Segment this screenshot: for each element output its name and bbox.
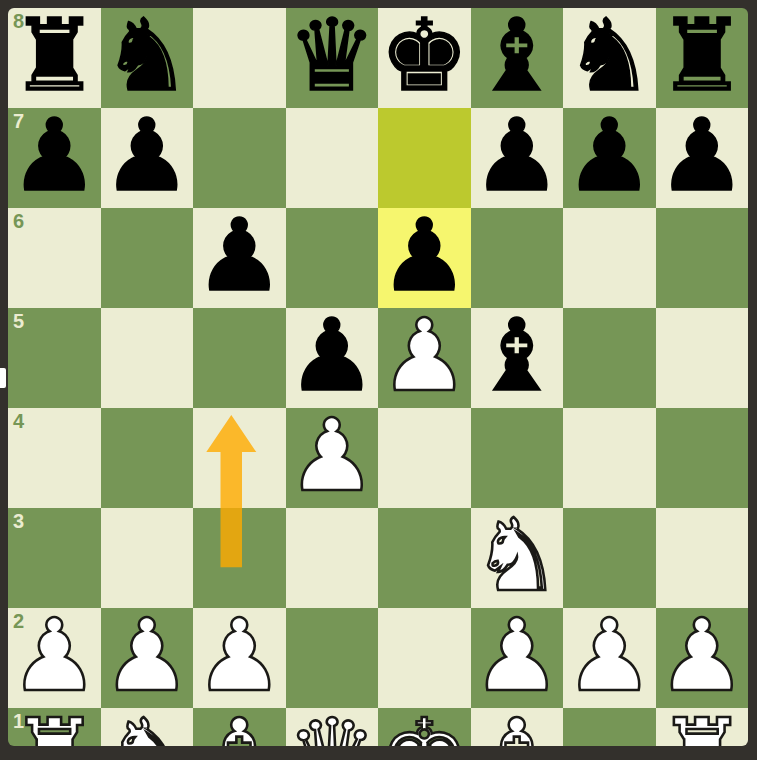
- rank-label-3: 3: [13, 510, 24, 533]
- square-c7[interactable]: [193, 108, 286, 208]
- piece-black-pawn[interactable]: ♟: [194, 206, 284, 306]
- piece-white-king[interactable]: ♚: [379, 706, 469, 746]
- square-h1[interactable]: h♜: [656, 708, 749, 746]
- piece-black-knight[interactable]: ♞: [564, 8, 654, 106]
- square-c1[interactable]: c♝: [193, 708, 286, 746]
- square-g4[interactable]: [563, 408, 656, 508]
- square-d4[interactable]: ♟: [286, 408, 379, 508]
- piece-black-king[interactable]: ♚: [379, 8, 469, 106]
- square-h5[interactable]: [656, 308, 749, 408]
- square-b6[interactable]: [101, 208, 194, 308]
- square-h3[interactable]: [656, 508, 749, 608]
- square-c5[interactable]: [193, 308, 286, 408]
- square-b5[interactable]: [101, 308, 194, 408]
- square-c8[interactable]: [193, 8, 286, 108]
- square-g5[interactable]: [563, 308, 656, 408]
- square-f8[interactable]: ♝: [471, 8, 564, 108]
- square-a3[interactable]: 3: [8, 508, 101, 608]
- square-g2[interactable]: ♟: [563, 608, 656, 708]
- square-a1[interactable]: 1a♜: [8, 708, 101, 746]
- square-g7[interactable]: ♟: [563, 108, 656, 208]
- piece-white-pawn[interactable]: ♟: [564, 606, 654, 706]
- square-g6[interactable]: [563, 208, 656, 308]
- chess-app-background: { "game": "chess", "board_style": "green…: [0, 0, 757, 760]
- piece-black-queen[interactable]: ♛: [287, 8, 377, 106]
- piece-black-pawn[interactable]: ♟: [102, 106, 192, 206]
- piece-white-knight[interactable]: ♞: [102, 706, 192, 746]
- square-e5[interactable]: ♟: [378, 308, 471, 408]
- square-a8[interactable]: 8♜: [8, 8, 101, 108]
- piece-black-pawn[interactable]: ♟: [9, 106, 99, 206]
- square-e8[interactable]: ♚: [378, 8, 471, 108]
- square-b2[interactable]: ♟: [101, 608, 194, 708]
- square-a5[interactable]: 5: [8, 308, 101, 408]
- square-d6[interactable]: [286, 208, 379, 308]
- piece-black-bishop[interactable]: ♝: [472, 8, 562, 106]
- piece-black-rook[interactable]: ♜: [9, 8, 99, 106]
- rank-label-4: 4: [13, 410, 24, 433]
- square-c4[interactable]: [193, 408, 286, 508]
- square-f7[interactable]: ♟: [471, 108, 564, 208]
- square-a2[interactable]: 2♟: [8, 608, 101, 708]
- square-e6[interactable]: ♟: [378, 208, 471, 308]
- rank-label-5: 5: [13, 310, 24, 333]
- square-b1[interactable]: b♞: [101, 708, 194, 746]
- square-a7[interactable]: 7♟: [8, 108, 101, 208]
- edge-marker: [0, 368, 6, 388]
- piece-white-pawn[interactable]: ♟: [657, 606, 747, 706]
- piece-black-pawn[interactable]: ♟: [564, 106, 654, 206]
- chess-board[interactable]: 8♜♞♛♚♝♞♜7♟♟♟♟♟6♟♟5♟♟♝4♟3♞2♟♟♟♟♟♟1a♜b♞c♝d…: [8, 8, 748, 746]
- piece-white-knight[interactable]: ♞: [472, 506, 562, 606]
- square-e7[interactable]: [378, 108, 471, 208]
- square-b7[interactable]: ♟: [101, 108, 194, 208]
- square-f3[interactable]: ♞: [471, 508, 564, 608]
- square-d3[interactable]: [286, 508, 379, 608]
- square-c2[interactable]: ♟: [193, 608, 286, 708]
- square-d5[interactable]: ♟: [286, 308, 379, 408]
- square-b3[interactable]: [101, 508, 194, 608]
- piece-white-pawn[interactable]: ♟: [287, 406, 377, 506]
- square-e4[interactable]: [378, 408, 471, 508]
- square-f1[interactable]: f♝: [471, 708, 564, 746]
- piece-white-pawn[interactable]: ♟: [472, 606, 562, 706]
- square-h7[interactable]: ♟: [656, 108, 749, 208]
- square-h6[interactable]: [656, 208, 749, 308]
- piece-black-rook[interactable]: ♜: [657, 8, 747, 106]
- square-d2[interactable]: [286, 608, 379, 708]
- piece-white-bishop[interactable]: ♝: [472, 706, 562, 746]
- square-g3[interactable]: [563, 508, 656, 608]
- piece-black-pawn[interactable]: ♟: [657, 106, 747, 206]
- square-e3[interactable]: [378, 508, 471, 608]
- piece-white-queen[interactable]: ♛: [287, 706, 377, 746]
- piece-black-knight[interactable]: ♞: [102, 8, 192, 106]
- square-c3[interactable]: [193, 508, 286, 608]
- piece-black-bishop[interactable]: ♝: [472, 306, 562, 406]
- square-f5[interactable]: ♝: [471, 308, 564, 408]
- square-b4[interactable]: [101, 408, 194, 508]
- piece-white-pawn[interactable]: ♟: [194, 606, 284, 706]
- square-a4[interactable]: 4: [8, 408, 101, 508]
- piece-white-pawn[interactable]: ♟: [379, 306, 469, 406]
- piece-black-pawn[interactable]: ♟: [379, 206, 469, 306]
- square-h8[interactable]: ♜: [656, 8, 749, 108]
- square-a6[interactable]: 6: [8, 208, 101, 308]
- piece-black-pawn[interactable]: ♟: [472, 106, 562, 206]
- square-f4[interactable]: [471, 408, 564, 508]
- piece-white-rook[interactable]: ♜: [657, 706, 747, 746]
- square-d7[interactable]: [286, 108, 379, 208]
- square-c6[interactable]: ♟: [193, 208, 286, 308]
- piece-black-pawn[interactable]: ♟: [287, 306, 377, 406]
- square-e1[interactable]: e♚: [378, 708, 471, 746]
- square-d1[interactable]: d♛: [286, 708, 379, 746]
- square-e2[interactable]: [378, 608, 471, 708]
- piece-white-pawn[interactable]: ♟: [9, 606, 99, 706]
- square-f2[interactable]: ♟: [471, 608, 564, 708]
- square-f6[interactable]: [471, 208, 564, 308]
- square-g8[interactable]: ♞: [563, 8, 656, 108]
- piece-white-rook[interactable]: ♜: [9, 706, 99, 746]
- square-h2[interactable]: ♟: [656, 608, 749, 708]
- square-d8[interactable]: ♛: [286, 8, 379, 108]
- piece-white-pawn[interactable]: ♟: [102, 606, 192, 706]
- piece-white-bishop[interactable]: ♝: [194, 706, 284, 746]
- square-b8[interactable]: ♞: [101, 8, 194, 108]
- square-h4[interactable]: [656, 408, 749, 508]
